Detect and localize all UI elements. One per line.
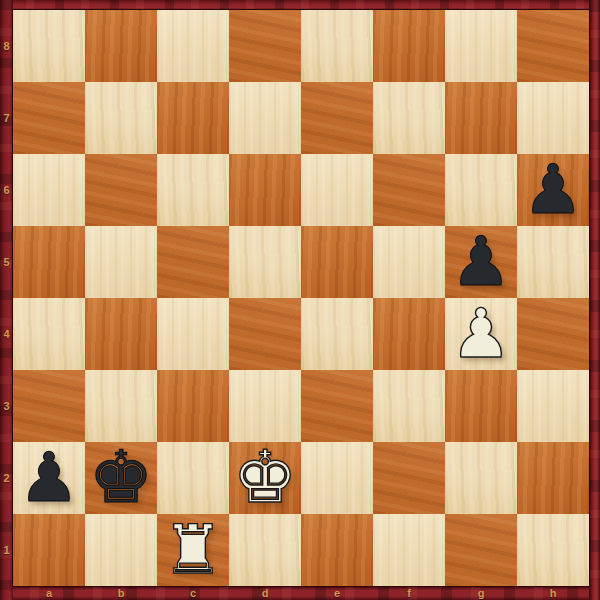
square-f2[interactable] xyxy=(373,442,445,514)
square-d4[interactable] xyxy=(229,298,301,370)
rank-label-1: 1 xyxy=(0,514,13,586)
square-e5[interactable] xyxy=(301,226,373,298)
rank-label-6: 6 xyxy=(0,154,13,226)
square-a5[interactable] xyxy=(13,226,85,298)
square-h1[interactable] xyxy=(517,514,589,586)
square-c3[interactable] xyxy=(157,370,229,442)
square-b4[interactable] xyxy=(85,298,157,370)
frame-edge-top xyxy=(0,0,600,10)
square-h8[interactable] xyxy=(517,10,589,82)
square-e7[interactable] xyxy=(301,82,373,154)
square-g6[interactable] xyxy=(445,154,517,226)
square-f3[interactable] xyxy=(373,370,445,442)
square-c6[interactable] xyxy=(157,154,229,226)
square-a4[interactable] xyxy=(13,298,85,370)
chess-board: ♟♟♟♟♚♚♜ xyxy=(13,10,589,586)
square-g4[interactable]: ♟ xyxy=(445,298,517,370)
frame-edge-right xyxy=(589,0,600,600)
square-f6[interactable] xyxy=(373,154,445,226)
rank-label-4: 4 xyxy=(0,298,13,370)
square-h3[interactable] xyxy=(517,370,589,442)
square-h7[interactable] xyxy=(517,82,589,154)
square-e6[interactable] xyxy=(301,154,373,226)
square-e4[interactable] xyxy=(301,298,373,370)
square-a7[interactable] xyxy=(13,82,85,154)
square-d6[interactable] xyxy=(229,154,301,226)
square-c4[interactable] xyxy=(157,298,229,370)
white-king[interactable]: ♚ xyxy=(233,441,298,516)
square-e8[interactable] xyxy=(301,10,373,82)
square-b7[interactable] xyxy=(85,82,157,154)
square-d5[interactable] xyxy=(229,226,301,298)
square-g3[interactable] xyxy=(445,370,517,442)
square-a6[interactable] xyxy=(13,154,85,226)
file-label-g: g xyxy=(445,587,517,600)
square-h2[interactable] xyxy=(517,442,589,514)
square-a3[interactable] xyxy=(13,370,85,442)
black-pawn[interactable]: ♟ xyxy=(19,444,80,512)
black-pawn[interactable]: ♟ xyxy=(451,228,512,296)
file-label-b: b xyxy=(85,587,157,600)
square-g7[interactable] xyxy=(445,82,517,154)
square-g8[interactable] xyxy=(445,10,517,82)
rank-label-8: 8 xyxy=(0,10,13,82)
file-label-h: h xyxy=(517,587,589,600)
file-label-a: a xyxy=(13,587,85,600)
square-f4[interactable] xyxy=(373,298,445,370)
chess-board-frame: ♟♟♟♟♚♚♜ 87654321abcdefgh xyxy=(0,0,600,600)
file-label-d: d xyxy=(229,587,301,600)
square-d3[interactable] xyxy=(229,370,301,442)
square-f8[interactable] xyxy=(373,10,445,82)
square-b3[interactable] xyxy=(85,370,157,442)
square-a8[interactable] xyxy=(13,10,85,82)
square-c1[interactable]: ♜ xyxy=(157,514,229,586)
square-c7[interactable] xyxy=(157,82,229,154)
square-c5[interactable] xyxy=(157,226,229,298)
rank-label-3: 3 xyxy=(0,370,13,442)
square-f1[interactable] xyxy=(373,514,445,586)
square-b5[interactable] xyxy=(85,226,157,298)
square-e2[interactable] xyxy=(301,442,373,514)
square-e1[interactable] xyxy=(301,514,373,586)
rank-label-2: 2 xyxy=(0,442,13,514)
square-c8[interactable] xyxy=(157,10,229,82)
file-label-e: e xyxy=(301,587,373,600)
square-e3[interactable] xyxy=(301,370,373,442)
square-d8[interactable] xyxy=(229,10,301,82)
square-h6[interactable]: ♟ xyxy=(517,154,589,226)
square-h5[interactable] xyxy=(517,226,589,298)
square-f5[interactable] xyxy=(373,226,445,298)
square-a2[interactable]: ♟ xyxy=(13,442,85,514)
white-pawn[interactable]: ♟ xyxy=(451,300,512,368)
square-h4[interactable] xyxy=(517,298,589,370)
file-label-f: f xyxy=(373,587,445,600)
rank-label-7: 7 xyxy=(0,82,13,154)
rank-label-5: 5 xyxy=(0,226,13,298)
black-pawn[interactable]: ♟ xyxy=(523,156,584,224)
black-king[interactable]: ♚ xyxy=(89,441,154,516)
square-f7[interactable] xyxy=(373,82,445,154)
square-b1[interactable] xyxy=(85,514,157,586)
file-label-c: c xyxy=(157,587,229,600)
square-b8[interactable] xyxy=(85,10,157,82)
square-d1[interactable] xyxy=(229,514,301,586)
square-d2[interactable]: ♚ xyxy=(229,442,301,514)
square-b2[interactable]: ♚ xyxy=(85,442,157,514)
square-c2[interactable] xyxy=(157,442,229,514)
square-g2[interactable] xyxy=(445,442,517,514)
square-d7[interactable] xyxy=(229,82,301,154)
square-b6[interactable] xyxy=(85,154,157,226)
square-g5[interactable]: ♟ xyxy=(445,226,517,298)
square-a1[interactable] xyxy=(13,514,85,586)
white-rook[interactable]: ♜ xyxy=(163,516,224,584)
square-g1[interactable] xyxy=(445,514,517,586)
